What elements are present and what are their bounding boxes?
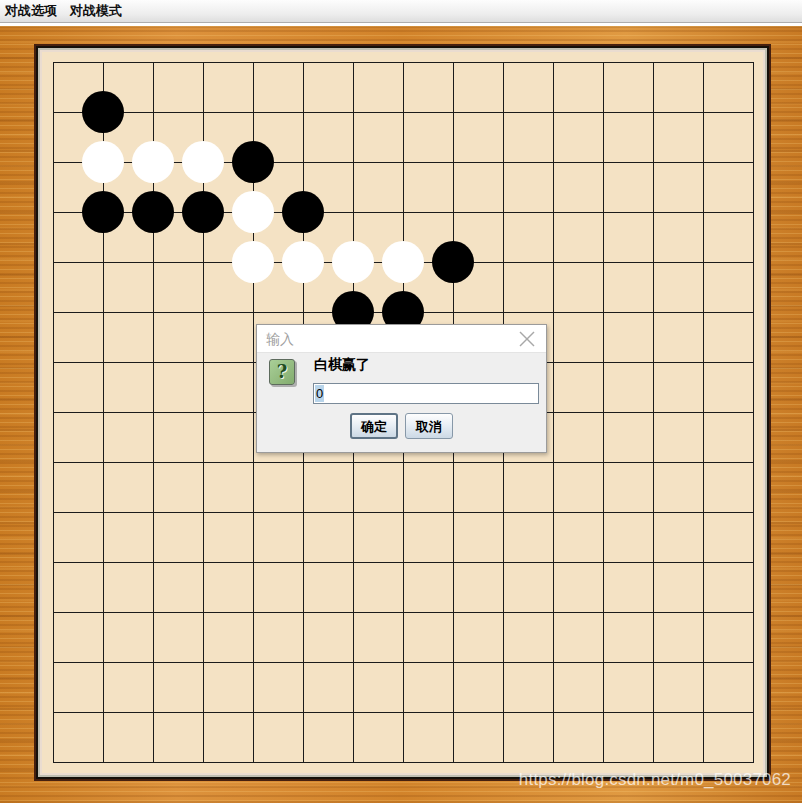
dialog-message: 白棋赢了: [314, 356, 370, 374]
white-stone: [332, 241, 374, 283]
watermark: https://blog.csdn.net/m0_50037062: [519, 770, 791, 790]
white-stone: [82, 141, 124, 183]
black-stone: [82, 191, 124, 233]
black-stone: [82, 91, 124, 133]
white-stone: [232, 241, 274, 283]
question-icon: ?: [269, 359, 295, 385]
cancel-button[interactable]: 取消: [405, 413, 453, 439]
black-stone: [432, 241, 474, 283]
score-input[interactable]: 0: [313, 383, 539, 404]
gomoku-app: 对战选项 对战模式 输入 ? 白棋赢了 0 确定 取消 https://blog…: [0, 0, 802, 803]
black-stone: [182, 191, 224, 233]
black-stone: [282, 191, 324, 233]
menu-item-battle-mode[interactable]: 对战模式: [70, 0, 122, 22]
white-stone: [282, 241, 324, 283]
ok-button[interactable]: 确定: [350, 413, 398, 439]
dialog-buttons: 确定 取消: [257, 413, 546, 439]
menu-item-battle-options[interactable]: 对战选项: [5, 0, 57, 22]
white-stone: [382, 241, 424, 283]
input-selected-text: 0: [315, 385, 324, 402]
white-stone: [232, 191, 274, 233]
menu-bar: 对战选项 对战模式: [0, 0, 802, 23]
white-stone: [132, 141, 174, 183]
dialog-title: 输入: [266, 331, 294, 349]
white-stone: [182, 141, 224, 183]
input-dialog: 输入 ? 白棋赢了 0 确定 取消: [256, 324, 547, 453]
black-stone: [132, 191, 174, 233]
close-icon[interactable]: [518, 330, 536, 348]
question-glyph: ?: [277, 363, 288, 381]
dialog-titlebar[interactable]: 输入: [257, 325, 546, 353]
black-stone: [232, 141, 274, 183]
